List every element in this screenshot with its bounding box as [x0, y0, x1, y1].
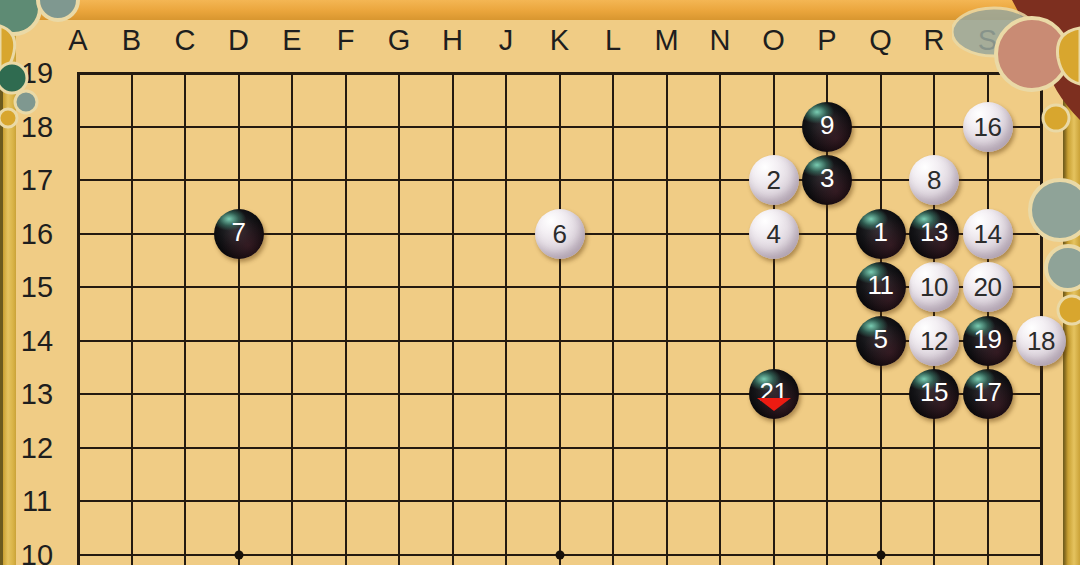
move-number: 8 [927, 167, 941, 193]
move-number: 14 [974, 221, 1002, 247]
move-number: 17 [974, 379, 1002, 405]
grid-line-col-N [719, 72, 721, 565]
stone-white-4-O16: 4 [749, 209, 799, 259]
move-number: 15 [920, 379, 948, 405]
grid-line-col-K [559, 72, 561, 565]
grid-line-col-L [612, 72, 614, 565]
grid-line-row-18 [77, 126, 1043, 128]
stone-white-10-R15: 10 [909, 262, 959, 312]
go-board-screenshot: 123456789101112131415161718192021 ABCDEF… [0, 0, 1080, 565]
stone-black-17-S13: 17 [963, 369, 1013, 419]
stone-white-16-S18: 16 [963, 102, 1013, 152]
move-number: 3 [820, 165, 834, 191]
grid-line-col-D [238, 72, 240, 565]
stone-black-5-Q14: 5 [856, 316, 906, 366]
grid-line-col-J [505, 72, 507, 565]
grid-line-col-G [398, 72, 400, 565]
go-board[interactable]: 123456789101112131415161718192021 [0, 0, 1080, 565]
grid-line-col-B [131, 72, 133, 565]
stone-white-14-S16: 14 [963, 209, 1013, 259]
move-number: 1 [874, 219, 888, 245]
star-point-D10 [234, 550, 243, 559]
move-number: 9 [820, 112, 834, 138]
grid-line-col-M [666, 72, 668, 565]
last-move-triangle-icon [757, 398, 791, 411]
stone-black-7-D16: 7 [214, 209, 264, 259]
move-number: 11 [868, 272, 894, 298]
grid-line-col-A [77, 72, 80, 565]
move-number: 12 [920, 328, 948, 354]
move-number: 6 [553, 221, 567, 247]
stone-black-13-R16: 13 [909, 209, 959, 259]
star-point-K10 [555, 550, 564, 559]
move-number: 20 [974, 274, 1002, 300]
stone-black-9-P18: 9 [802, 102, 852, 152]
stone-white-18-T14: 18 [1016, 316, 1066, 366]
move-number: 13 [920, 219, 948, 245]
grid-line-row-13 [77, 393, 1043, 395]
grid-line-row-11 [77, 500, 1043, 502]
grid-line-col-E [291, 72, 293, 565]
stone-white-20-S15: 20 [963, 262, 1013, 312]
move-number: 7 [232, 219, 246, 245]
grid-line-col-C [184, 72, 186, 565]
move-number: 18 [1027, 328, 1055, 354]
move-number: 5 [874, 326, 888, 352]
stone-black-3-P17: 3 [802, 155, 852, 205]
grid-line-row-17 [77, 179, 1043, 181]
grid-line-row-19 [77, 72, 1043, 75]
move-number: 19 [974, 326, 1002, 352]
grid-line-row-12 [77, 447, 1043, 449]
move-number: 16 [974, 114, 1002, 140]
grid-line-col-O [773, 72, 775, 565]
move-number: 2 [767, 167, 781, 193]
move-number: 4 [767, 221, 781, 247]
stone-black-11-Q15: 11 [856, 262, 906, 312]
stone-black-15-R13: 15 [909, 369, 959, 419]
stone-black-19-S14: 19 [963, 316, 1013, 366]
stone-black-21-O13: 21 [749, 369, 799, 419]
stone-white-12-R14: 12 [909, 316, 959, 366]
grid-line-col-F [345, 72, 347, 565]
star-point-Q10 [876, 550, 885, 559]
grid-line-col-H [452, 72, 454, 565]
stone-white-2-O17: 2 [749, 155, 799, 205]
stone-white-6-K16: 6 [535, 209, 585, 259]
stone-black-1-Q16: 1 [856, 209, 906, 259]
move-number: 10 [920, 274, 948, 300]
stone-white-8-R17: 8 [909, 155, 959, 205]
